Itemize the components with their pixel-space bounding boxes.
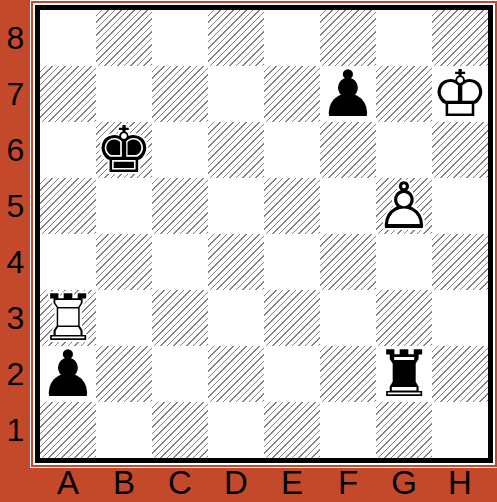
square-d8[interactable] — [208, 10, 264, 66]
square-b2[interactable] — [96, 346, 152, 402]
square-b6[interactable]: ♚ — [96, 122, 152, 178]
square-h4[interactable] — [432, 234, 488, 290]
file-label-h: H — [432, 464, 488, 502]
rank-label-2: 2 — [0, 346, 31, 402]
chess-diagram: 87654321 ♟♚♔♚♟♙♜♖♟♜ ABCDEFGH — [0, 0, 497, 502]
square-g8[interactable] — [376, 10, 432, 66]
black-rook-glyph: ♜ — [376, 346, 432, 402]
square-d5[interactable] — [208, 178, 264, 234]
square-f6[interactable] — [320, 122, 376, 178]
rank-labels: 87654321 — [0, 10, 31, 458]
piece-black-pawn-a2[interactable]: ♟ — [40, 346, 96, 402]
file-labels: ABCDEFGH — [40, 464, 488, 502]
square-c8[interactable] — [152, 10, 208, 66]
square-f4[interactable] — [320, 234, 376, 290]
square-h6[interactable] — [432, 122, 488, 178]
square-e7[interactable] — [264, 66, 320, 122]
black-pawn-glyph: ♟ — [40, 346, 96, 402]
chess-board: ♟♚♔♚♟♙♜♖♟♜ — [35, 5, 493, 463]
piece-black-king-b6[interactable]: ♚ — [96, 122, 152, 178]
square-b4[interactable] — [96, 234, 152, 290]
square-d4[interactable] — [208, 234, 264, 290]
square-d6[interactable] — [208, 122, 264, 178]
square-e1[interactable] — [264, 402, 320, 458]
piece-black-pawn-f7[interactable]: ♟ — [320, 66, 376, 122]
rank-label-3: 3 — [0, 290, 31, 346]
black-pawn-glyph: ♟ — [320, 66, 376, 122]
square-b3[interactable] — [96, 290, 152, 346]
square-c1[interactable] — [152, 402, 208, 458]
square-f7[interactable]: ♟ — [320, 66, 376, 122]
rank-label-8: 8 — [0, 10, 31, 66]
square-c3[interactable] — [152, 290, 208, 346]
square-a7[interactable] — [40, 66, 96, 122]
square-a1[interactable] — [40, 402, 96, 458]
square-g4[interactable] — [376, 234, 432, 290]
file-label-f: F — [320, 464, 376, 502]
square-a5[interactable] — [40, 178, 96, 234]
piece-black-rook-g2[interactable]: ♜ — [376, 346, 432, 402]
square-e2[interactable] — [264, 346, 320, 402]
file-label-b: B — [96, 464, 152, 502]
black-king-glyph: ♚ — [96, 122, 152, 178]
square-f1[interactable] — [320, 402, 376, 458]
square-g2[interactable]: ♜ — [376, 346, 432, 402]
square-c6[interactable] — [152, 122, 208, 178]
square-a8[interactable] — [40, 10, 96, 66]
file-label-e: E — [264, 464, 320, 502]
square-e3[interactable] — [264, 290, 320, 346]
square-h2[interactable] — [432, 346, 488, 402]
square-a2[interactable]: ♟ — [40, 346, 96, 402]
square-f5[interactable] — [320, 178, 376, 234]
rank-label-4: 4 — [0, 234, 31, 290]
square-d1[interactable] — [208, 402, 264, 458]
white-king-outline: ♔ — [432, 66, 488, 122]
square-h5[interactable] — [432, 178, 488, 234]
square-g7[interactable] — [376, 66, 432, 122]
file-label-c: C — [152, 464, 208, 502]
square-d2[interactable] — [208, 346, 264, 402]
piece-white-king-h7[interactable]: ♚♔ — [432, 66, 488, 122]
square-e5[interactable] — [264, 178, 320, 234]
rank-label-6: 6 — [0, 122, 31, 178]
white-pawn-outline: ♙ — [376, 178, 432, 234]
file-label-a: A — [40, 464, 96, 502]
rank-label-7: 7 — [0, 66, 31, 122]
square-b1[interactable] — [96, 402, 152, 458]
rank-label-1: 1 — [0, 402, 31, 458]
square-g1[interactable] — [376, 402, 432, 458]
square-e6[interactable] — [264, 122, 320, 178]
square-g5[interactable]: ♟♙ — [376, 178, 432, 234]
square-d3[interactable] — [208, 290, 264, 346]
square-e4[interactable] — [264, 234, 320, 290]
square-h3[interactable] — [432, 290, 488, 346]
square-h7[interactable]: ♚♔ — [432, 66, 488, 122]
square-f2[interactable] — [320, 346, 376, 402]
square-b8[interactable] — [96, 10, 152, 66]
file-label-g: G — [376, 464, 432, 502]
square-h1[interactable] — [432, 402, 488, 458]
square-e8[interactable] — [264, 10, 320, 66]
square-c7[interactable] — [152, 66, 208, 122]
piece-white-pawn-g5[interactable]: ♟♙ — [376, 178, 432, 234]
square-b5[interactable] — [96, 178, 152, 234]
file-label-d: D — [208, 464, 264, 502]
square-a6[interactable] — [40, 122, 96, 178]
square-d7[interactable] — [208, 66, 264, 122]
square-c5[interactable] — [152, 178, 208, 234]
square-c4[interactable] — [152, 234, 208, 290]
square-f3[interactable] — [320, 290, 376, 346]
square-c2[interactable] — [152, 346, 208, 402]
rank-label-5: 5 — [0, 178, 31, 234]
